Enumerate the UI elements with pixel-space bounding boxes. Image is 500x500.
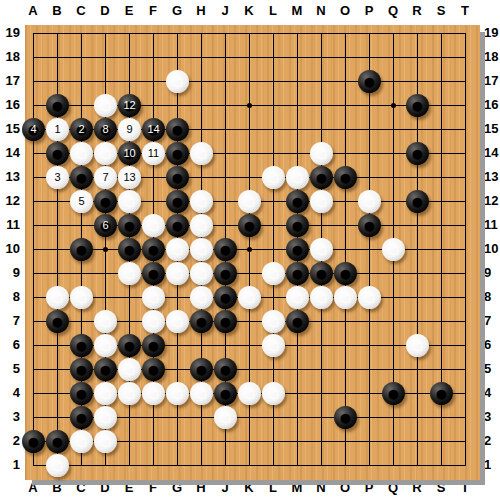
stone-A2[interactable]: ● xyxy=(22,430,45,453)
stone-P8[interactable]: ○ xyxy=(358,286,381,309)
white-stone-glyph: ○ xyxy=(238,190,261,213)
stone-F10[interactable]: ● xyxy=(142,238,165,261)
black-stone-glyph: ● xyxy=(22,430,45,453)
stone-R6[interactable]: ○ xyxy=(406,334,429,357)
column-label-O: O xyxy=(333,0,357,22)
black-stone-glyph: ● xyxy=(190,358,213,381)
stone-G10[interactable]: ○ xyxy=(166,238,189,261)
white-stone-glyph: ○ xyxy=(118,358,141,381)
stone-C14[interactable]: ○ xyxy=(70,142,93,165)
stone-E14[interactable]: ●10 xyxy=(118,142,141,165)
stone-O13[interactable]: ● xyxy=(334,166,357,189)
row-label-10: 10 xyxy=(0,238,20,260)
stone-M12[interactable]: ● xyxy=(286,190,309,213)
white-stone-glyph: ○ xyxy=(310,238,333,261)
stone-E4[interactable]: ○ xyxy=(118,382,141,405)
black-stone-glyph: ● xyxy=(142,262,165,285)
stone-Q10[interactable]: ○ xyxy=(382,238,405,261)
column-label-B: B xyxy=(45,0,69,22)
stone-F9[interactable]: ● xyxy=(142,262,165,285)
row-label-16: 16 xyxy=(0,94,20,116)
column-label-G: G xyxy=(165,0,189,22)
column-label-C: C xyxy=(69,477,93,499)
stone-F8[interactable]: ○ xyxy=(142,286,165,309)
black-stone-glyph: ● xyxy=(166,142,189,165)
stone-J4[interactable]: ● xyxy=(214,382,237,405)
column-label-R: R xyxy=(405,477,429,499)
black-stone-glyph: ● xyxy=(118,214,141,237)
stone-F6[interactable]: ● xyxy=(142,334,165,357)
stone-D15[interactable]: ●8 xyxy=(94,118,117,141)
stone-N13[interactable]: ● xyxy=(310,166,333,189)
black-stone-glyph: ● xyxy=(46,430,69,453)
stone-O3[interactable]: ● xyxy=(334,406,357,429)
black-stone-glyph: ● xyxy=(46,310,69,333)
stone-K12[interactable]: ○ xyxy=(238,190,261,213)
column-label-E: E xyxy=(117,477,141,499)
white-stone-glyph: ○ xyxy=(46,454,69,477)
stone-E5[interactable]: ○ xyxy=(118,358,141,381)
stone-E10[interactable]: ● xyxy=(118,238,141,261)
black-stone-glyph: ● xyxy=(286,238,309,261)
move-number-9: 9 xyxy=(118,118,141,141)
white-stone-glyph: ○ xyxy=(262,166,285,189)
white-stone-glyph: ○ xyxy=(142,310,165,333)
black-stone-glyph: ● xyxy=(166,166,189,189)
row-label-2: 2 xyxy=(484,430,500,452)
white-stone-glyph: ○ xyxy=(262,334,285,357)
move-number-10: 10 xyxy=(118,142,141,165)
black-stone-glyph: ● xyxy=(286,262,309,285)
black-stone-glyph: ● xyxy=(166,190,189,213)
row-label-7: 7 xyxy=(484,310,500,332)
column-labels-top: ABCDEFGHJKLMNOPQRST xyxy=(25,0,480,22)
move-number-7: 7 xyxy=(94,166,117,189)
stone-G7[interactable]: ○ xyxy=(166,310,189,333)
stone-H4[interactable]: ○ xyxy=(190,382,213,405)
black-stone-glyph: ● xyxy=(214,310,237,333)
white-stone-glyph: ○ xyxy=(142,382,165,405)
stone-D2[interactable]: ○ xyxy=(94,430,117,453)
white-stone-glyph: ○ xyxy=(262,310,285,333)
stone-G13[interactable]: ● xyxy=(166,166,189,189)
stone-H9[interactable]: ○ xyxy=(190,262,213,285)
column-label-N: N xyxy=(309,477,333,499)
move-number-12: 12 xyxy=(118,94,141,117)
black-stone-glyph: ● xyxy=(142,334,165,357)
move-number-6: 6 xyxy=(94,214,117,237)
stone-G14[interactable]: ● xyxy=(166,142,189,165)
row-label-19: 19 xyxy=(0,22,20,44)
row-label-15: 15 xyxy=(0,118,20,140)
white-stone-glyph: ○ xyxy=(214,406,237,429)
stone-D13[interactable]: ○7 xyxy=(94,166,117,189)
black-stone-glyph: ● xyxy=(166,118,189,141)
column-label-G: G xyxy=(165,477,189,499)
white-stone-glyph: ○ xyxy=(142,286,165,309)
white-stone-glyph: ○ xyxy=(118,262,141,285)
stone-B1[interactable]: ○ xyxy=(46,454,69,477)
black-stone-glyph: ● xyxy=(70,334,93,357)
go-diagram-page: ABCDEFGHJKLMNOPQRST ABCDEFGHJKLMNOPQRST … xyxy=(0,0,500,500)
column-label-J: J xyxy=(213,477,237,499)
move-number-2: 2 xyxy=(70,118,93,141)
white-stone-glyph: ○ xyxy=(118,190,141,213)
column-label-S: S xyxy=(429,0,453,22)
row-label-5: 5 xyxy=(484,358,500,380)
stone-L6[interactable]: ○ xyxy=(262,334,285,357)
stone-D5[interactable]: ● xyxy=(94,358,117,381)
black-stone-glyph: ● xyxy=(94,358,117,381)
white-stone-glyph: ○ xyxy=(94,142,117,165)
stone-P17[interactable]: ● xyxy=(358,70,381,93)
stone-E12[interactable]: ○ xyxy=(118,190,141,213)
white-stone-glyph: ○ xyxy=(190,190,213,213)
white-stone-glyph: ○ xyxy=(142,214,165,237)
row-label-6: 6 xyxy=(484,334,500,356)
white-stone-glyph: ○ xyxy=(406,334,429,357)
stone-E11[interactable]: ● xyxy=(118,214,141,237)
move-number-11: 11 xyxy=(142,142,165,165)
stone-N8[interactable]: ○ xyxy=(310,286,333,309)
stone-O8[interactable]: ○ xyxy=(334,286,357,309)
black-stone-glyph: ● xyxy=(190,310,213,333)
white-stone-glyph: ○ xyxy=(70,142,93,165)
stone-D16[interactable]: ○ xyxy=(94,94,117,117)
stone-N14[interactable]: ○ xyxy=(310,142,333,165)
stone-B15[interactable]: ○1 xyxy=(46,118,69,141)
column-label-S: S xyxy=(429,477,453,499)
column-label-F: F xyxy=(141,0,165,22)
move-number-3: 3 xyxy=(46,166,69,189)
row-label-5: 5 xyxy=(0,358,20,380)
stone-L4[interactable]: ○ xyxy=(262,382,285,405)
white-stone-glyph: ○ xyxy=(238,286,261,309)
column-label-M: M xyxy=(285,0,309,22)
black-stone-glyph: ● xyxy=(310,166,333,189)
white-stone-glyph: ○ xyxy=(94,94,117,117)
stone-M9[interactable]: ● xyxy=(286,262,309,285)
white-stone-glyph: ○ xyxy=(166,262,189,285)
black-stone-glyph: ● xyxy=(214,238,237,261)
white-stone-glyph: ○ xyxy=(358,190,381,213)
black-stone-glyph: ● xyxy=(334,166,357,189)
stone-F15[interactable]: ●14 xyxy=(142,118,165,141)
stone-R16[interactable]: ● xyxy=(406,94,429,117)
stone-E16[interactable]: ●12 xyxy=(118,94,141,117)
row-label-13: 13 xyxy=(0,166,20,188)
stone-D4[interactable]: ○ xyxy=(94,382,117,405)
column-label-M: M xyxy=(285,477,309,499)
black-stone-glyph: ● xyxy=(70,382,93,405)
stone-G17[interactable]: ○ xyxy=(166,70,189,93)
stone-C6[interactable]: ● xyxy=(70,334,93,357)
black-stone-glyph: ● xyxy=(286,214,309,237)
stone-P12[interactable]: ○ xyxy=(358,190,381,213)
stone-D11[interactable]: ●6 xyxy=(94,214,117,237)
column-label-N: N xyxy=(309,0,333,22)
row-label-9: 9 xyxy=(484,262,500,284)
stone-Q4[interactable]: ● xyxy=(382,382,405,405)
stone-J7[interactable]: ● xyxy=(214,310,237,333)
row-label-15: 15 xyxy=(484,118,500,140)
row-label-4: 4 xyxy=(484,382,500,404)
stone-D7[interactable]: ○ xyxy=(94,310,117,333)
white-stone-glyph: ○ xyxy=(286,286,309,309)
stone-K4[interactable]: ○ xyxy=(238,382,261,405)
stone-D3[interactable]: ○ xyxy=(94,406,117,429)
white-stone-glyph: ○ xyxy=(118,382,141,405)
go-board[interactable]: ○●●○●12●●4○1●2●8○9●14●●○○●10○11●○○●○3●○7… xyxy=(25,25,480,480)
star-point-K16 xyxy=(247,103,252,108)
row-label-7: 7 xyxy=(0,310,20,332)
stone-C4[interactable]: ● xyxy=(70,382,93,405)
stone-F14[interactable]: ○11 xyxy=(142,142,165,165)
stone-A15[interactable]: ●4 xyxy=(22,118,45,141)
stone-C12[interactable]: ○5 xyxy=(70,190,93,213)
white-stone-glyph: ○ xyxy=(94,406,117,429)
white-stone-glyph: ○ xyxy=(190,214,213,237)
column-label-P: P xyxy=(357,477,381,499)
column-label-L: L xyxy=(261,0,285,22)
stone-E13[interactable]: ○13 xyxy=(118,166,141,189)
column-label-B: B xyxy=(45,477,69,499)
row-label-13: 13 xyxy=(484,166,500,188)
stone-D14[interactable]: ○ xyxy=(94,142,117,165)
black-stone-glyph: ● xyxy=(142,238,165,261)
stone-O9[interactable]: ● xyxy=(334,262,357,285)
stone-S4[interactable]: ● xyxy=(430,382,453,405)
white-stone-glyph: ○ xyxy=(70,430,93,453)
move-number-1: 1 xyxy=(46,118,69,141)
stone-M7[interactable]: ● xyxy=(286,310,309,333)
star-point-K10 xyxy=(247,247,252,252)
stone-M13[interactable]: ○ xyxy=(286,166,309,189)
move-number-13: 13 xyxy=(118,166,141,189)
column-label-O: O xyxy=(333,477,357,499)
stone-L7[interactable]: ○ xyxy=(262,310,285,333)
row-label-1: 1 xyxy=(484,454,500,476)
black-stone-glyph: ● xyxy=(334,262,357,285)
stone-C2[interactable]: ○ xyxy=(70,430,93,453)
black-stone-glyph: ● xyxy=(94,190,117,213)
stone-B7[interactable]: ● xyxy=(46,310,69,333)
white-stone-glyph: ○ xyxy=(94,334,117,357)
stone-R14[interactable]: ● xyxy=(406,142,429,165)
column-label-H: H xyxy=(189,477,213,499)
white-stone-glyph: ○ xyxy=(382,238,405,261)
row-label-9: 9 xyxy=(0,262,20,284)
stone-J3[interactable]: ○ xyxy=(214,406,237,429)
column-label-A: A xyxy=(21,477,45,499)
stone-C8[interactable]: ○ xyxy=(70,286,93,309)
stone-F11[interactable]: ○ xyxy=(142,214,165,237)
white-stone-glyph: ○ xyxy=(166,238,189,261)
row-label-12: 12 xyxy=(0,190,20,212)
stone-E9[interactable]: ○ xyxy=(118,262,141,285)
stone-M8[interactable]: ○ xyxy=(286,286,309,309)
stone-C5[interactable]: ● xyxy=(70,358,93,381)
black-stone-glyph: ● xyxy=(118,238,141,261)
row-label-1: 1 xyxy=(0,454,20,476)
white-stone-glyph: ○ xyxy=(166,382,189,405)
stone-G11[interactable]: ● xyxy=(166,214,189,237)
stone-C10[interactable]: ● xyxy=(70,238,93,261)
row-label-8: 8 xyxy=(484,286,500,308)
column-label-Q: Q xyxy=(381,0,405,22)
white-stone-glyph: ○ xyxy=(166,310,189,333)
stone-N12[interactable]: ○ xyxy=(310,190,333,213)
column-label-L: L xyxy=(261,477,285,499)
row-label-11: 11 xyxy=(484,214,500,236)
stone-P11[interactable]: ● xyxy=(358,214,381,237)
stone-G12[interactable]: ● xyxy=(166,190,189,213)
row-label-2: 2 xyxy=(0,430,20,452)
stone-K11[interactable]: ● xyxy=(238,214,261,237)
white-stone-glyph: ○ xyxy=(166,70,189,93)
stone-D12[interactable]: ● xyxy=(94,190,117,213)
stone-N10[interactable]: ○ xyxy=(310,238,333,261)
stone-C13[interactable]: ● xyxy=(70,166,93,189)
black-stone-glyph: ● xyxy=(70,166,93,189)
black-stone-glyph: ● xyxy=(406,94,429,117)
white-stone-glyph: ○ xyxy=(190,286,213,309)
row-label-19: 19 xyxy=(484,22,500,44)
stone-H12[interactable]: ○ xyxy=(190,190,213,213)
black-stone-glyph: ● xyxy=(118,334,141,357)
black-stone-glyph: ● xyxy=(238,214,261,237)
stone-F4[interactable]: ○ xyxy=(142,382,165,405)
stone-B2[interactable]: ● xyxy=(46,430,69,453)
black-stone-glyph: ● xyxy=(46,142,69,165)
stone-G15[interactable]: ● xyxy=(166,118,189,141)
black-stone-glyph: ● xyxy=(166,214,189,237)
stone-H11[interactable]: ○ xyxy=(190,214,213,237)
black-stone-glyph: ● xyxy=(382,382,405,405)
white-stone-glyph: ○ xyxy=(286,166,309,189)
row-label-12: 12 xyxy=(484,190,500,212)
row-label-18: 18 xyxy=(0,46,20,68)
stone-B13[interactable]: ○3 xyxy=(46,166,69,189)
black-stone-glyph: ● xyxy=(310,262,333,285)
white-stone-glyph: ○ xyxy=(94,310,117,333)
row-label-14: 14 xyxy=(0,142,20,164)
row-label-18: 18 xyxy=(484,46,500,68)
stone-D6[interactable]: ○ xyxy=(94,334,117,357)
column-label-P: P xyxy=(357,0,381,22)
stone-C3[interactable]: ● xyxy=(70,406,93,429)
black-stone-glyph: ● xyxy=(430,382,453,405)
stone-H14[interactable]: ○ xyxy=(190,142,213,165)
column-label-A: A xyxy=(21,0,45,22)
black-stone-glyph: ● xyxy=(70,406,93,429)
column-label-J: J xyxy=(213,0,237,22)
row-label-16: 16 xyxy=(484,94,500,116)
column-label-T: T xyxy=(453,0,477,22)
black-stone-glyph: ● xyxy=(70,358,93,381)
stone-J9[interactable]: ● xyxy=(214,262,237,285)
white-stone-glyph: ○ xyxy=(334,286,357,309)
white-stone-glyph: ○ xyxy=(238,382,261,405)
column-labels-bottom: ABCDEFGHJKLMNOPQRST xyxy=(25,477,480,499)
white-stone-glyph: ○ xyxy=(358,286,381,309)
column-label-D: D xyxy=(93,0,117,22)
column-label-E: E xyxy=(117,0,141,22)
stone-H8[interactable]: ○ xyxy=(190,286,213,309)
stone-E15[interactable]: ○9 xyxy=(118,118,141,141)
white-stone-glyph: ○ xyxy=(310,286,333,309)
row-label-10: 10 xyxy=(484,238,500,260)
black-stone-glyph: ● xyxy=(406,190,429,213)
white-stone-glyph: ○ xyxy=(190,238,213,261)
stone-G4[interactable]: ○ xyxy=(166,382,189,405)
move-number-14: 14 xyxy=(142,118,165,141)
row-labels-right: 19181716151413121110987654321 xyxy=(484,25,500,480)
stone-L13[interactable]: ○ xyxy=(262,166,285,189)
row-label-14: 14 xyxy=(484,142,500,164)
white-stone-glyph: ○ xyxy=(94,382,117,405)
stone-R12[interactable]: ● xyxy=(406,190,429,213)
column-label-C: C xyxy=(69,0,93,22)
stone-B14[interactable]: ● xyxy=(46,142,69,165)
move-number-8: 8 xyxy=(94,118,117,141)
column-label-K: K xyxy=(237,0,261,22)
column-label-D: D xyxy=(93,477,117,499)
stone-C15[interactable]: ●2 xyxy=(70,118,93,141)
column-label-H: H xyxy=(189,0,213,22)
black-stone-glyph: ● xyxy=(406,142,429,165)
column-label-F: F xyxy=(141,477,165,499)
column-label-T: T xyxy=(453,477,477,499)
white-stone-glyph: ○ xyxy=(310,190,333,213)
move-number-4: 4 xyxy=(22,118,45,141)
stone-M11[interactable]: ● xyxy=(286,214,309,237)
stone-H5[interactable]: ● xyxy=(190,358,213,381)
row-label-3: 3 xyxy=(484,406,500,428)
stone-J8[interactable]: ● xyxy=(214,286,237,309)
stone-N9[interactable]: ● xyxy=(310,262,333,285)
stone-G9[interactable]: ○ xyxy=(166,262,189,285)
white-stone-glyph: ○ xyxy=(190,382,213,405)
white-stone-glyph: ○ xyxy=(46,286,69,309)
white-stone-glyph: ○ xyxy=(190,142,213,165)
stone-F5[interactable]: ● xyxy=(142,358,165,381)
black-stone-glyph: ● xyxy=(214,286,237,309)
row-label-4: 4 xyxy=(0,382,20,404)
stone-H7[interactable]: ● xyxy=(190,310,213,333)
black-stone-glyph: ● xyxy=(358,70,381,93)
black-stone-glyph: ● xyxy=(286,310,309,333)
stone-H10[interactable]: ○ xyxy=(190,238,213,261)
white-stone-glyph: ○ xyxy=(70,286,93,309)
row-labels-left: 19181716151413121110987654321 xyxy=(0,25,20,480)
stone-L9[interactable]: ○ xyxy=(262,262,285,285)
stone-B16[interactable]: ● xyxy=(46,94,69,117)
stone-F7[interactable]: ○ xyxy=(142,310,165,333)
stone-J5[interactable]: ● xyxy=(214,358,237,381)
column-label-Q: Q xyxy=(381,477,405,499)
stone-K8[interactable]: ○ xyxy=(238,286,261,309)
column-label-R: R xyxy=(405,0,429,22)
stone-M10[interactable]: ● xyxy=(286,238,309,261)
row-label-17: 17 xyxy=(484,70,500,92)
row-label-3: 3 xyxy=(0,406,20,428)
white-stone-glyph: ○ xyxy=(262,382,285,405)
stone-B8[interactable]: ○ xyxy=(46,286,69,309)
row-label-11: 11 xyxy=(0,214,20,236)
stone-J10[interactable]: ● xyxy=(214,238,237,261)
stone-E6[interactable]: ● xyxy=(118,334,141,357)
